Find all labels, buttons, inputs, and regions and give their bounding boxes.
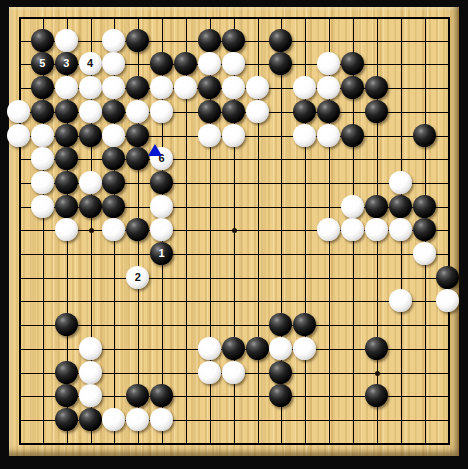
- stone-black: [389, 195, 412, 218]
- stone-black: [79, 124, 102, 147]
- stone-black: [126, 76, 149, 99]
- stone-black: [126, 218, 149, 241]
- stone-white: [246, 100, 269, 123]
- stone-black: [55, 171, 78, 194]
- stone-black: [150, 384, 173, 407]
- stone-black: [55, 124, 78, 147]
- stone-black: [365, 337, 388, 360]
- stone-white: [102, 218, 125, 241]
- stone-black: [126, 384, 149, 407]
- stone-black: 3: [55, 52, 78, 75]
- stone-white: [79, 171, 102, 194]
- stone-white: [389, 218, 412, 241]
- go-board[interactable]: 534612: [9, 7, 459, 456]
- stone-white: [389, 171, 412, 194]
- stone-white: [55, 218, 78, 241]
- stone-white: [198, 337, 221, 360]
- last-move-triangle-marker: [148, 144, 162, 156]
- star-point: [232, 228, 237, 233]
- stone-white: [102, 124, 125, 147]
- stone-white: 2: [126, 266, 149, 289]
- stone-black: [365, 76, 388, 99]
- grid-line-vertical: [448, 17, 450, 446]
- stone-black: [102, 171, 125, 194]
- grid-line-horizontal: [19, 254, 450, 255]
- stone-white: [222, 76, 245, 99]
- stone-black: [269, 313, 292, 336]
- stone-black: [246, 337, 269, 360]
- stone-white: [389, 289, 412, 312]
- stone-black: [55, 361, 78, 384]
- stone-black: [55, 313, 78, 336]
- stone-white: [341, 218, 364, 241]
- stone-black: [365, 384, 388, 407]
- stone-black: [413, 218, 436, 241]
- stone-black: [55, 408, 78, 431]
- stone-black: [413, 195, 436, 218]
- grid-line-horizontal: [19, 443, 450, 445]
- stone-black: [436, 266, 459, 289]
- stone-white: [246, 76, 269, 99]
- stone-black: [31, 100, 54, 123]
- stone-white: [198, 52, 221, 75]
- stone-white: [269, 337, 292, 360]
- stone-white: [317, 52, 340, 75]
- stone-white: [7, 124, 30, 147]
- stone-white: [55, 76, 78, 99]
- stone-black: [31, 76, 54, 99]
- stone-white: [126, 100, 149, 123]
- stone-white: [102, 76, 125, 99]
- stone-black: [269, 29, 292, 52]
- stone-black: [341, 124, 364, 147]
- stone-black: [126, 29, 149, 52]
- stone-black: [293, 100, 316, 123]
- stone-black: [222, 337, 245, 360]
- stone-black: [102, 195, 125, 218]
- stone-white: [79, 76, 102, 99]
- grid-line-horizontal: [19, 301, 450, 302]
- move-number-label: 3: [63, 58, 69, 69]
- stone-white: [413, 242, 436, 265]
- stone-white: [222, 52, 245, 75]
- stone-white: [317, 124, 340, 147]
- stone-white: [79, 337, 102, 360]
- stone-black: [102, 100, 125, 123]
- stone-black: [341, 76, 364, 99]
- stone-black: [102, 147, 125, 170]
- stone-black: [198, 29, 221, 52]
- stone-white: [293, 337, 316, 360]
- stone-white: [79, 384, 102, 407]
- stone-black: [79, 195, 102, 218]
- stone-white: [174, 76, 197, 99]
- stone-white: [150, 218, 173, 241]
- stone-white: [436, 289, 459, 312]
- star-point: [89, 228, 94, 233]
- stone-black: [269, 361, 292, 384]
- stone-white: [79, 361, 102, 384]
- stone-black: [150, 171, 173, 194]
- stone-white: [31, 147, 54, 170]
- stone-white: [222, 124, 245, 147]
- stone-white: 4: [79, 52, 102, 75]
- stone-black: [198, 76, 221, 99]
- stone-white: [79, 100, 102, 123]
- stone-black: [174, 52, 197, 75]
- stone-black: [55, 195, 78, 218]
- stone-white: [198, 124, 221, 147]
- stone-black: [198, 100, 221, 123]
- stone-black: [293, 313, 316, 336]
- stone-black: [55, 100, 78, 123]
- stone-white: [150, 408, 173, 431]
- stone-black: [413, 124, 436, 147]
- stone-white: [7, 100, 30, 123]
- move-number-label: 4: [87, 58, 93, 69]
- stone-black: [55, 147, 78, 170]
- stone-black: [31, 29, 54, 52]
- star-point: [375, 371, 380, 376]
- grid-line-horizontal: [19, 325, 450, 326]
- move-number-label: 1: [159, 248, 165, 259]
- stone-white: [293, 124, 316, 147]
- stone-white: [222, 361, 245, 384]
- move-number-label: 5: [39, 58, 45, 69]
- stone-white: [31, 171, 54, 194]
- stone-white: [341, 195, 364, 218]
- stone-white: [126, 408, 149, 431]
- move-number-label: 2: [135, 272, 141, 283]
- stone-white: [198, 361, 221, 384]
- stone-white: [102, 408, 125, 431]
- stone-white: [150, 100, 173, 123]
- stone-black: [269, 52, 292, 75]
- stone-black: [317, 100, 340, 123]
- stone-white: [317, 76, 340, 99]
- stone-white: [317, 218, 340, 241]
- stone-black: 1: [150, 242, 173, 265]
- stone-white: [293, 76, 316, 99]
- stone-black: [79, 408, 102, 431]
- stone-black: [126, 124, 149, 147]
- grid-line-horizontal: [19, 278, 450, 279]
- stone-black: [365, 100, 388, 123]
- stone-white: [31, 195, 54, 218]
- stone-black: [341, 52, 364, 75]
- go-client-window: 534612: [0, 0, 468, 469]
- stone-black: [269, 384, 292, 407]
- stone-white: [150, 76, 173, 99]
- stone-white: [365, 218, 388, 241]
- stone-white: [102, 52, 125, 75]
- stone-black: 5: [31, 52, 54, 75]
- stone-black: [365, 195, 388, 218]
- stone-white: [31, 124, 54, 147]
- stone-black: [222, 29, 245, 52]
- stone-black: [55, 384, 78, 407]
- stone-black: [222, 100, 245, 123]
- stone-black: [126, 147, 149, 170]
- stone-white: [55, 29, 78, 52]
- stone-white: [102, 29, 125, 52]
- stone-black: [150, 52, 173, 75]
- stone-white: [150, 195, 173, 218]
